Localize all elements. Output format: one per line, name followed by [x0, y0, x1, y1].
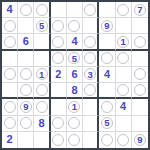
cell-r5c5[interactable]: 6	[67, 67, 83, 83]
odd-circle: 9	[101, 20, 113, 32]
given-digit: 1	[39, 70, 44, 80]
odd-circle	[20, 4, 32, 16]
cell-r2c1[interactable]	[2, 18, 18, 34]
given-digit: 5	[104, 118, 109, 128]
odd-circle: 1	[117, 36, 129, 48]
odd-circle	[84, 36, 96, 48]
odd-circle: 9	[20, 101, 32, 113]
cell-r6c5[interactable]: 8	[67, 83, 83, 99]
odd-circle	[4, 117, 16, 129]
odd-circle	[68, 117, 80, 129]
given-digit: 6	[23, 36, 29, 47]
cell-r5c3[interactable]: 1	[34, 67, 50, 83]
cell-r3c1[interactable]	[2, 34, 18, 50]
cell-r7c4[interactable]	[51, 99, 67, 115]
odd-circle	[101, 101, 113, 113]
odd-circle: 1	[68, 101, 80, 113]
sudoku-board: 475964151263489148529	[0, 0, 150, 150]
given-digit: 5	[39, 21, 44, 31]
odd-circle	[134, 84, 146, 96]
cell-r5c6[interactable]: 3	[83, 67, 99, 83]
cell-r5c7[interactable]: 4	[99, 67, 115, 83]
cell-r8c9[interactable]	[132, 116, 148, 132]
cell-r9c7[interactable]	[99, 132, 115, 148]
cell-r8c1[interactable]	[2, 116, 18, 132]
cell-r9c4[interactable]	[51, 132, 67, 148]
given-digit: 9	[104, 21, 109, 31]
odd-circle	[52, 20, 64, 32]
cell-r8c8[interactable]	[116, 116, 132, 132]
cell-r7c3[interactable]	[34, 99, 50, 115]
cell-r2c4[interactable]	[51, 18, 67, 34]
odd-circle	[36, 4, 48, 16]
odd-circle	[52, 117, 64, 129]
cell-r7c6[interactable]	[83, 99, 99, 115]
odd-circle: 5	[101, 117, 113, 129]
given-digit: 8	[71, 85, 77, 96]
cell-r1c1[interactable]: 4	[2, 2, 18, 18]
cell-r4c8[interactable]	[116, 51, 132, 67]
cell-r9c8[interactable]	[116, 132, 132, 148]
odd-circle	[20, 84, 32, 96]
cell-r3c7[interactable]	[99, 34, 115, 50]
odd-circle	[68, 134, 80, 146]
given-digit: 4	[120, 101, 126, 112]
cell-r4c6[interactable]	[83, 51, 99, 67]
odd-circle	[4, 68, 16, 80]
cell-r1c8[interactable]	[116, 2, 132, 18]
odd-circle	[134, 68, 146, 80]
cell-r6c6[interactable]	[83, 83, 99, 99]
cell-r6c4[interactable]	[51, 83, 67, 99]
cell-r7c1[interactable]	[2, 99, 18, 115]
cell-r1c3[interactable]	[34, 2, 50, 18]
odd-circle: 5	[68, 52, 80, 64]
cell-r6c8[interactable]	[116, 83, 132, 99]
cell-r5c1[interactable]	[2, 67, 18, 83]
odd-circle: 9	[134, 134, 146, 146]
odd-circle	[101, 134, 113, 146]
cell-r8c7[interactable]: 5	[99, 116, 115, 132]
odd-circle	[134, 36, 146, 48]
cell-r9c1[interactable]: 2	[2, 132, 18, 148]
cell-r2c6[interactable]	[83, 18, 99, 34]
odd-circle	[4, 101, 16, 113]
cell-r3c3[interactable]	[34, 34, 50, 50]
cell-r3c9[interactable]	[132, 34, 148, 50]
given-digit: 1	[121, 37, 126, 47]
given-digit: 5	[72, 54, 77, 64]
cell-r3c5[interactable]: 4	[67, 34, 83, 50]
odd-circle: 5	[36, 20, 48, 32]
odd-circle	[52, 134, 64, 146]
cell-r3c4[interactable]	[51, 34, 67, 50]
cell-r4c1[interactable]	[2, 51, 18, 67]
cell-r7c8[interactable]: 4	[116, 99, 132, 115]
odd-circle: 3	[84, 68, 96, 80]
odd-circle	[20, 68, 32, 80]
cell-r7c9[interactable]	[132, 99, 148, 115]
odd-circle	[68, 20, 80, 32]
odd-circle: 7	[134, 4, 146, 16]
given-digit: 8	[38, 118, 44, 129]
cell-r8c6[interactable]	[83, 116, 99, 132]
cell-r1c7[interactable]	[99, 2, 115, 18]
cell-r7c2[interactable]: 9	[18, 99, 34, 115]
cell-r2c5[interactable]	[67, 18, 83, 34]
odd-circle	[117, 134, 129, 146]
cell-r8c4[interactable]	[51, 116, 67, 132]
cell-r1c9[interactable]: 7	[132, 2, 148, 18]
odd-circle	[101, 52, 113, 64]
odd-circle	[84, 84, 96, 96]
cell-r8c5[interactable]	[67, 116, 83, 132]
cell-r4c5[interactable]: 5	[67, 51, 83, 67]
cell-r9c3[interactable]	[34, 132, 50, 148]
cell-r3c8[interactable]: 1	[116, 34, 132, 50]
cell-r8c2[interactable]	[18, 116, 34, 132]
odd-circle	[117, 84, 129, 96]
cell-r6c2[interactable]	[18, 83, 34, 99]
cell-r6c3[interactable]	[34, 83, 50, 99]
given-digit: 2	[55, 69, 61, 80]
odd-circle	[52, 52, 64, 64]
cell-r6c1[interactable]	[2, 83, 18, 99]
cell-r8c3[interactable]: 8	[34, 116, 50, 132]
cell-r4c2[interactable]	[18, 51, 34, 67]
given-digit: 7	[137, 5, 142, 15]
cell-r9c5[interactable]	[67, 132, 83, 148]
cell-r5c4[interactable]: 2	[51, 67, 67, 83]
cell-r9c6[interactable]	[83, 132, 99, 148]
cell-r7c7[interactable]	[99, 99, 115, 115]
given-digit: 3	[88, 70, 93, 80]
cell-r3c2[interactable]: 6	[18, 34, 34, 50]
given-digit: 1	[72, 102, 77, 112]
given-digit: 4	[7, 4, 13, 15]
odd-circle	[84, 4, 96, 16]
given-digit: 9	[23, 102, 28, 112]
cell-r9c2[interactable]	[18, 132, 34, 148]
cell-r4c4[interactable]	[51, 51, 67, 67]
cell-r9c9[interactable]: 9	[132, 132, 148, 148]
cell-r1c6[interactable]	[83, 2, 99, 18]
cell-r2c8[interactable]	[116, 18, 132, 34]
odd-circle	[52, 36, 64, 48]
cell-r6c9[interactable]	[132, 83, 148, 99]
cell-r2c9[interactable]	[132, 18, 148, 34]
cell-r6c7[interactable]	[99, 83, 115, 99]
cell-r2c7[interactable]: 9	[99, 18, 115, 34]
odd-circle	[117, 52, 129, 64]
cell-r5c8[interactable]	[116, 67, 132, 83]
cell-r5c9[interactable]	[132, 67, 148, 83]
given-digit: 2	[7, 134, 13, 145]
cell-r2c2[interactable]	[18, 18, 34, 34]
cell-r4c9[interactable]	[132, 51, 148, 67]
odd-circle	[117, 4, 129, 16]
given-digit: 4	[104, 69, 110, 80]
given-digit: 9	[137, 135, 142, 145]
cell-r1c5[interactable]	[67, 2, 83, 18]
odd-circle	[4, 20, 16, 32]
given-digit: 6	[71, 69, 77, 80]
odd-circle	[36, 84, 48, 96]
odd-circle	[4, 36, 16, 48]
odd-circle	[20, 117, 32, 129]
cell-r4c7[interactable]	[99, 51, 115, 67]
given-digit: 4	[71, 36, 77, 47]
cell-r4c3[interactable]	[34, 51, 50, 67]
odd-circle	[36, 101, 48, 113]
cell-r1c4[interactable]	[51, 2, 67, 18]
cell-r2c3[interactable]: 5	[34, 18, 50, 34]
cell-r1c2[interactable]	[18, 2, 34, 18]
cell-r5c2[interactable]	[18, 67, 34, 83]
odd-circle	[84, 52, 96, 64]
cell-r3c6[interactable]	[83, 34, 99, 50]
odd-circle: 1	[36, 68, 48, 80]
cell-r7c5[interactable]: 1	[67, 99, 83, 115]
